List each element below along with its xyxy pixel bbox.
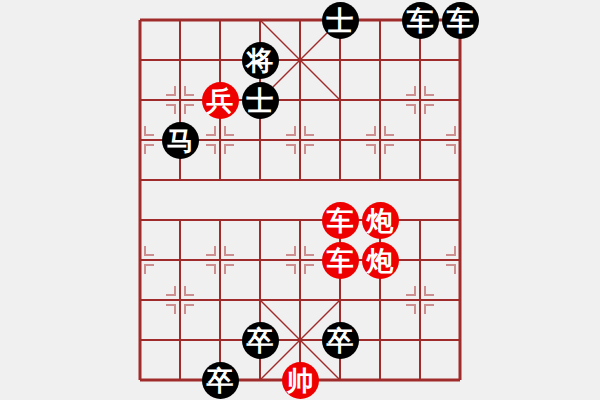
xiangqi-board[interactable]: 士车车将兵士马车炮车炮卒卒卒帅 xyxy=(120,0,480,400)
piece-red-cannon[interactable]: 炮 xyxy=(362,202,399,239)
piece-black-chariot[interactable]: 车 xyxy=(402,2,439,39)
piece-black-soldier[interactable]: 卒 xyxy=(202,362,239,399)
piece-black-advisor[interactable]: 士 xyxy=(322,2,359,39)
piece-black-general[interactable]: 将 xyxy=(242,42,279,79)
piece-red-soldier[interactable]: 兵 xyxy=(202,82,239,119)
screenshot-root: 士车车将兵士马车炮车炮卒卒卒帅 xyxy=(0,0,600,400)
piece-black-soldier[interactable]: 卒 xyxy=(242,322,279,359)
piece-black-advisor[interactable]: 士 xyxy=(242,82,279,119)
piece-black-chariot[interactable]: 车 xyxy=(442,2,479,39)
piece-black-horse[interactable]: 马 xyxy=(162,122,199,159)
piece-black-soldier[interactable]: 卒 xyxy=(322,322,359,359)
piece-red-cannon[interactable]: 炮 xyxy=(362,242,399,279)
piece-red-general[interactable]: 帅 xyxy=(282,362,319,399)
piece-red-chariot[interactable]: 车 xyxy=(322,242,359,279)
piece-layer: 士车车将兵士马车炮车炮卒卒卒帅 xyxy=(120,0,480,400)
piece-red-chariot[interactable]: 车 xyxy=(322,202,359,239)
